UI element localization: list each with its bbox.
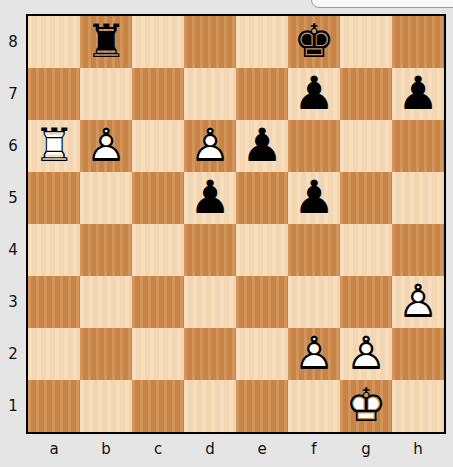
file-label-h: h bbox=[392, 436, 444, 462]
square-d8[interactable] bbox=[184, 16, 236, 68]
rank-label-6: 6 bbox=[0, 120, 26, 172]
square-e7[interactable] bbox=[236, 68, 288, 120]
square-d7[interactable] bbox=[184, 68, 236, 120]
square-h8[interactable] bbox=[392, 16, 444, 68]
square-f5[interactable]: ♟ bbox=[288, 172, 340, 224]
square-g2[interactable]: ♟♙ bbox=[340, 328, 392, 380]
rank-label-4: 4 bbox=[0, 224, 26, 276]
file-label-a: a bbox=[28, 436, 80, 462]
square-d4[interactable] bbox=[184, 224, 236, 276]
white-pawn-icon: ♙ bbox=[293, 330, 334, 376]
file-label-c: c bbox=[132, 436, 184, 462]
white-pawn-icon: ♙ bbox=[85, 122, 126, 168]
square-h6[interactable] bbox=[392, 120, 444, 172]
file-label-d: d bbox=[184, 436, 236, 462]
square-c7[interactable] bbox=[132, 68, 184, 120]
square-f2[interactable]: ♟♙ bbox=[288, 328, 340, 380]
rank-label-8: 8 bbox=[0, 16, 26, 68]
piece-white-rook-a6[interactable]: ♜♖ bbox=[28, 120, 80, 172]
square-e6[interactable]: ♟ bbox=[236, 120, 288, 172]
white-pawn-icon: ♙ bbox=[345, 330, 386, 376]
white-pawn-icon: ♙ bbox=[189, 122, 230, 168]
square-f4[interactable] bbox=[288, 224, 340, 276]
rank-label-5: 5 bbox=[0, 172, 26, 224]
square-c2[interactable] bbox=[132, 328, 184, 380]
screen: 87654321 ♜♚♟♟♜♖♟♙♟♙♟♟♟♟♙♟♙♟♙♚♔ abcdefgh bbox=[0, 0, 453, 467]
square-f3[interactable] bbox=[288, 276, 340, 328]
square-a4[interactable] bbox=[28, 224, 80, 276]
piece-black-pawn-d5[interactable]: ♟ bbox=[184, 172, 236, 224]
file-label-e: e bbox=[236, 436, 288, 462]
square-a5[interactable] bbox=[28, 172, 80, 224]
rank-label-1: 1 bbox=[0, 380, 26, 432]
black-pawn-icon: ♟ bbox=[293, 70, 334, 116]
square-g8[interactable] bbox=[340, 16, 392, 68]
file-label-f: f bbox=[288, 436, 340, 462]
black-pawn-icon: ♟ bbox=[241, 122, 282, 168]
black-pawn-icon: ♟ bbox=[293, 174, 334, 220]
square-b7[interactable] bbox=[80, 68, 132, 120]
square-e1[interactable] bbox=[236, 380, 288, 432]
piece-white-pawn-h3[interactable]: ♟♙ bbox=[392, 276, 444, 328]
square-a8[interactable] bbox=[28, 16, 80, 68]
file-label-b: b bbox=[80, 436, 132, 462]
rank-labels: 87654321 bbox=[0, 16, 26, 432]
square-h2[interactable] bbox=[392, 328, 444, 380]
square-e4[interactable] bbox=[236, 224, 288, 276]
top-panel-fragment bbox=[311, 0, 453, 8]
square-f7[interactable]: ♟ bbox=[288, 68, 340, 120]
file-labels: abcdefgh bbox=[28, 436, 444, 462]
square-a1[interactable] bbox=[28, 380, 80, 432]
file-label-g: g bbox=[340, 436, 392, 462]
square-d1[interactable] bbox=[184, 380, 236, 432]
square-e8[interactable] bbox=[236, 16, 288, 68]
square-e2[interactable] bbox=[236, 328, 288, 380]
square-c8[interactable] bbox=[132, 16, 184, 68]
square-g5[interactable] bbox=[340, 172, 392, 224]
square-e3[interactable] bbox=[236, 276, 288, 328]
square-b1[interactable] bbox=[80, 380, 132, 432]
square-h3[interactable]: ♟♙ bbox=[392, 276, 444, 328]
white-king-icon: ♔ bbox=[345, 382, 386, 428]
black-king-icon: ♚ bbox=[293, 18, 334, 64]
square-g4[interactable] bbox=[340, 224, 392, 276]
piece-black-pawn-h7[interactable]: ♟ bbox=[392, 68, 444, 120]
piece-black-rook-b8[interactable]: ♜ bbox=[80, 16, 132, 68]
piece-white-pawn-g2[interactable]: ♟♙ bbox=[340, 328, 392, 380]
square-f1[interactable] bbox=[288, 380, 340, 432]
square-g6[interactable] bbox=[340, 120, 392, 172]
square-f6[interactable] bbox=[288, 120, 340, 172]
board: ♜♚♟♟♜♖♟♙♟♙♟♟♟♟♙♟♙♟♙♚♔ bbox=[26, 14, 446, 434]
square-b6[interactable]: ♟♙ bbox=[80, 120, 132, 172]
white-rook-icon: ♖ bbox=[33, 122, 74, 168]
square-h1[interactable] bbox=[392, 380, 444, 432]
square-c1[interactable] bbox=[132, 380, 184, 432]
square-a7[interactable] bbox=[28, 68, 80, 120]
square-d2[interactable] bbox=[184, 328, 236, 380]
square-g7[interactable] bbox=[340, 68, 392, 120]
square-d3[interactable] bbox=[184, 276, 236, 328]
square-b2[interactable] bbox=[80, 328, 132, 380]
square-a3[interactable] bbox=[28, 276, 80, 328]
square-h4[interactable] bbox=[392, 224, 444, 276]
piece-white-king-g1[interactable]: ♚♔ bbox=[340, 380, 392, 432]
white-pawn-icon: ♙ bbox=[397, 278, 438, 324]
square-d6[interactable]: ♟♙ bbox=[184, 120, 236, 172]
black-rook-icon: ♜ bbox=[85, 18, 126, 64]
square-c3[interactable] bbox=[132, 276, 184, 328]
black-pawn-icon: ♟ bbox=[397, 70, 438, 116]
square-e5[interactable] bbox=[236, 172, 288, 224]
square-b5[interactable] bbox=[80, 172, 132, 224]
square-b4[interactable] bbox=[80, 224, 132, 276]
piece-black-pawn-f7[interactable]: ♟ bbox=[288, 68, 340, 120]
square-c6[interactable] bbox=[132, 120, 184, 172]
square-a6[interactable]: ♜♖ bbox=[28, 120, 80, 172]
piece-black-pawn-e6[interactable]: ♟ bbox=[236, 120, 288, 172]
piece-black-pawn-f5[interactable]: ♟ bbox=[288, 172, 340, 224]
piece-white-pawn-d6[interactable]: ♟♙ bbox=[184, 120, 236, 172]
piece-white-pawn-b6[interactable]: ♟♙ bbox=[80, 120, 132, 172]
square-h7[interactable]: ♟ bbox=[392, 68, 444, 120]
square-c5[interactable] bbox=[132, 172, 184, 224]
square-d5[interactable]: ♟ bbox=[184, 172, 236, 224]
square-a2[interactable] bbox=[28, 328, 80, 380]
piece-black-king-f8[interactable]: ♚ bbox=[288, 16, 340, 68]
rank-label-2: 2 bbox=[0, 328, 26, 380]
rank-label-7: 7 bbox=[0, 68, 26, 120]
rank-label-3: 3 bbox=[0, 276, 26, 328]
square-h5[interactable] bbox=[392, 172, 444, 224]
piece-white-pawn-f2[interactable]: ♟♙ bbox=[288, 328, 340, 380]
square-b3[interactable] bbox=[80, 276, 132, 328]
square-g3[interactable] bbox=[340, 276, 392, 328]
square-f8[interactable]: ♚ bbox=[288, 16, 340, 68]
square-c4[interactable] bbox=[132, 224, 184, 276]
square-b8[interactable]: ♜ bbox=[80, 16, 132, 68]
square-g1[interactable]: ♚♔ bbox=[340, 380, 392, 432]
black-pawn-icon: ♟ bbox=[189, 174, 230, 220]
